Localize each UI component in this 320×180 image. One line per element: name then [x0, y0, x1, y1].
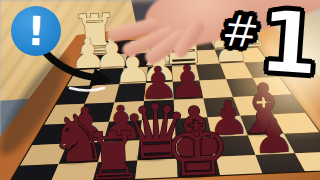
- alert-badge: !: [11, 6, 61, 56]
- chess-video-thumbnail: ♜♚♞♜♟♟♝♛♟♟♟♟♟♟♟♟♝♞♛♝♟♜♚ ! # 1: [0, 0, 320, 180]
- exclamation-icon: !: [26, 6, 46, 57]
- headline-number: 1: [256, 1, 320, 87]
- headline-hash: #: [220, 7, 262, 56]
- headline: # 1: [236, 0, 320, 86]
